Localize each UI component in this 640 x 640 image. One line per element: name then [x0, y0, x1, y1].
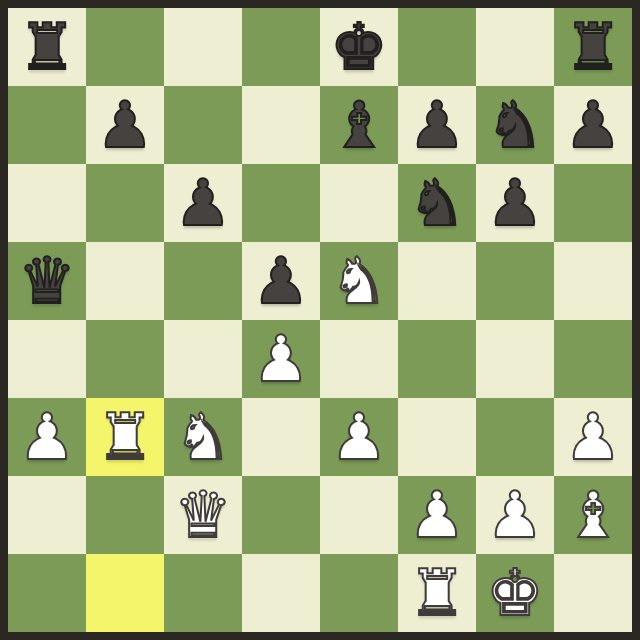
square-c4[interactable] [164, 320, 242, 398]
square-g6[interactable]: ♟ [476, 164, 554, 242]
square-c6[interactable]: ♟ [164, 164, 242, 242]
square-a3[interactable]: ♟ [8, 398, 86, 476]
black-queen[interactable]: ♛ [18, 242, 75, 320]
square-b8[interactable] [86, 8, 164, 86]
square-a6[interactable] [8, 164, 86, 242]
square-a7[interactable] [8, 86, 86, 164]
square-b6[interactable] [86, 164, 164, 242]
square-d2[interactable] [242, 476, 320, 554]
square-h1[interactable] [554, 554, 632, 632]
square-h4[interactable] [554, 320, 632, 398]
white-king[interactable]: ♚ [486, 554, 543, 632]
square-d8[interactable] [242, 8, 320, 86]
square-h7[interactable]: ♟ [554, 86, 632, 164]
black-bishop[interactable]: ♝ [330, 86, 387, 164]
square-d5[interactable]: ♟ [242, 242, 320, 320]
black-pawn[interactable]: ♟ [564, 86, 621, 164]
white-queen[interactable]: ♛ [174, 476, 231, 554]
white-knight[interactable]: ♞ [330, 242, 387, 320]
white-pawn[interactable]: ♟ [18, 398, 75, 476]
square-b7[interactable]: ♟ [86, 86, 164, 164]
white-rook[interactable]: ♜ [96, 398, 153, 476]
white-pawn[interactable]: ♟ [252, 320, 309, 398]
chess-board: ♜♚♜♟♝♟♞♟♟♞♟♛♟♞♟♟♜♞♟♟♛♟♟♝♜♚ [8, 8, 632, 632]
square-g1[interactable]: ♚ [476, 554, 554, 632]
black-knight[interactable]: ♞ [408, 164, 465, 242]
square-e4[interactable] [320, 320, 398, 398]
square-b5[interactable] [86, 242, 164, 320]
square-a4[interactable] [8, 320, 86, 398]
square-e7[interactable]: ♝ [320, 86, 398, 164]
square-d6[interactable] [242, 164, 320, 242]
square-a5[interactable]: ♛ [8, 242, 86, 320]
square-a1[interactable] [8, 554, 86, 632]
square-a2[interactable] [8, 476, 86, 554]
square-b1[interactable] [86, 554, 164, 632]
black-pawn[interactable]: ♟ [486, 164, 543, 242]
square-e6[interactable] [320, 164, 398, 242]
square-h8[interactable]: ♜ [554, 8, 632, 86]
square-g2[interactable]: ♟ [476, 476, 554, 554]
square-d1[interactable] [242, 554, 320, 632]
square-c7[interactable] [164, 86, 242, 164]
square-b3[interactable]: ♜ [86, 398, 164, 476]
square-f7[interactable]: ♟ [398, 86, 476, 164]
square-g7[interactable]: ♞ [476, 86, 554, 164]
white-pawn[interactable]: ♟ [408, 476, 465, 554]
square-c8[interactable] [164, 8, 242, 86]
square-f8[interactable] [398, 8, 476, 86]
black-pawn[interactable]: ♟ [96, 86, 153, 164]
square-f4[interactable] [398, 320, 476, 398]
square-f2[interactable]: ♟ [398, 476, 476, 554]
board-frame: ♜♚♜♟♝♟♞♟♟♞♟♛♟♞♟♟♜♞♟♟♛♟♟♝♜♚ [0, 0, 640, 640]
square-g3[interactable] [476, 398, 554, 476]
square-f6[interactable]: ♞ [398, 164, 476, 242]
white-pawn[interactable]: ♟ [330, 398, 387, 476]
white-knight[interactable]: ♞ [174, 398, 231, 476]
square-d4[interactable]: ♟ [242, 320, 320, 398]
square-g5[interactable] [476, 242, 554, 320]
square-f1[interactable]: ♜ [398, 554, 476, 632]
square-d7[interactable] [242, 86, 320, 164]
square-g8[interactable] [476, 8, 554, 86]
square-e8[interactable]: ♚ [320, 8, 398, 86]
square-b2[interactable] [86, 476, 164, 554]
square-b4[interactable] [86, 320, 164, 398]
black-rook[interactable]: ♜ [18, 8, 75, 86]
square-a8[interactable]: ♜ [8, 8, 86, 86]
square-f3[interactable] [398, 398, 476, 476]
square-f5[interactable] [398, 242, 476, 320]
white-pawn[interactable]: ♟ [564, 398, 621, 476]
square-c2[interactable]: ♛ [164, 476, 242, 554]
black-pawn[interactable]: ♟ [408, 86, 465, 164]
square-c3[interactable]: ♞ [164, 398, 242, 476]
square-e1[interactable] [320, 554, 398, 632]
square-e2[interactable] [320, 476, 398, 554]
black-rook[interactable]: ♜ [564, 8, 621, 86]
square-h6[interactable] [554, 164, 632, 242]
square-h2[interactable]: ♝ [554, 476, 632, 554]
square-h5[interactable] [554, 242, 632, 320]
white-rook[interactable]: ♜ [408, 554, 465, 632]
square-e5[interactable]: ♞ [320, 242, 398, 320]
white-bishop[interactable]: ♝ [564, 476, 621, 554]
square-c1[interactable] [164, 554, 242, 632]
square-c5[interactable] [164, 242, 242, 320]
black-pawn[interactable]: ♟ [252, 242, 309, 320]
black-knight[interactable]: ♞ [486, 86, 543, 164]
square-e3[interactable]: ♟ [320, 398, 398, 476]
white-pawn[interactable]: ♟ [486, 476, 543, 554]
square-h3[interactable]: ♟ [554, 398, 632, 476]
black-pawn[interactable]: ♟ [174, 164, 231, 242]
black-king[interactable]: ♚ [330, 8, 387, 86]
square-g4[interactable] [476, 320, 554, 398]
square-d3[interactable] [242, 398, 320, 476]
